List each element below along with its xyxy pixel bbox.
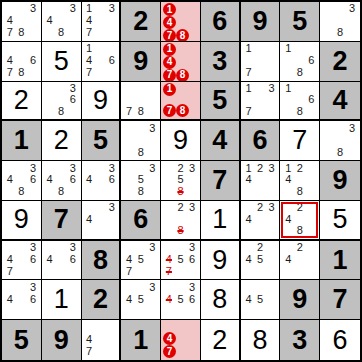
cell-r2c7[interactable]: 17	[241, 42, 281, 82]
empty-candidate-slot	[266, 43, 278, 55]
cell-r7c5[interactable]: 34567	[161, 241, 201, 281]
solved-digit: 9	[93, 87, 108, 114]
empty-candidate-slot	[176, 56, 189, 69]
empty-candidate-slot	[266, 242, 278, 254]
empty-candidate-slot	[55, 83, 67, 95]
empty-candidate-slot	[123, 174, 135, 186]
cell-r5c1[interactable]: 3468	[2, 161, 42, 201]
candidate-7: 7	[84, 67, 95, 79]
empty-candidate-slot	[176, 43, 189, 56]
cell-r3c7[interactable]: 137	[241, 82, 281, 122]
empty-candidate-slot	[84, 321, 95, 333]
empty-candidate-slot	[44, 106, 56, 118]
candidate-8-chain-circle: 8	[176, 69, 189, 82]
candidate-8: 8	[294, 106, 306, 118]
pencil-marks: 168	[282, 83, 317, 118]
sudoku-board: 3478348134721478695384678514679147831716…	[0, 0, 362, 362]
empty-candidate-slot	[282, 266, 294, 278]
empty-candidate-slot	[254, 67, 266, 79]
empty-candidate-slot	[294, 83, 306, 95]
empty-candidate-slot	[322, 146, 334, 158]
empty-candidate-slot	[294, 174, 306, 186]
empty-candidate-slot	[27, 43, 39, 55]
candidate-4: 4	[282, 174, 294, 186]
candidate-4-eliminated: 4	[163, 293, 175, 305]
candidate-2: 2	[294, 202, 306, 214]
cell-r1c1[interactable]: 3478	[2, 2, 42, 42]
empty-candidate-slot	[95, 3, 106, 15]
empty-candidate-slot	[135, 134, 147, 146]
candidate-3: 3	[266, 162, 278, 174]
empty-candidate-slot	[123, 162, 135, 174]
candidate-6: 6	[27, 254, 39, 266]
candidate-2: 2	[175, 162, 187, 174]
given-digit: 2	[93, 286, 108, 313]
pencil-marks: 1248	[282, 162, 317, 198]
empty-candidate-slot	[254, 266, 266, 278]
pencil-marks: 346	[44, 242, 79, 278]
cell-r3c1[interactable]: 2	[2, 82, 42, 122]
candidate-4: 4	[44, 254, 56, 266]
empty-candidate-slot	[282, 106, 294, 118]
empty-candidate-slot	[106, 333, 117, 345]
chain-circle-icon: 4	[163, 332, 176, 345]
candidate-6: 6	[27, 293, 39, 305]
cell-r5c7[interactable]: 1234	[241, 161, 281, 201]
cell-r4c1[interactable]: 1	[2, 121, 42, 161]
cell-r2c6[interactable]: 3	[201, 42, 241, 82]
empty-candidate-slot	[306, 254, 318, 266]
empty-candidate-slot	[346, 27, 358, 39]
empty-candidate-slot	[16, 293, 28, 305]
candidate-7-chain-circle: 7	[163, 104, 176, 117]
pencil-marks: 4678	[4, 43, 39, 79]
empty-candidate-slot	[106, 321, 117, 333]
empty-candidate-slot	[176, 321, 187, 332]
pencil-marks: 38	[123, 122, 158, 158]
candidate-6: 6	[27, 55, 39, 67]
empty-candidate-slot	[16, 174, 28, 186]
cell-r6c7[interactable]: 234	[241, 201, 281, 241]
cell-r9c7[interactable]: 8	[241, 320, 281, 360]
pencil-marks: 3478	[4, 3, 39, 39]
candidate-4: 4	[123, 293, 135, 305]
candidate-4: 4	[4, 55, 16, 67]
empty-candidate-slot	[254, 281, 266, 293]
candidate-8: 8	[55, 106, 67, 118]
cell-r9c3[interactable]: 47	[82, 320, 122, 360]
cell-r9c2[interactable]: 9	[42, 320, 82, 360]
empty-candidate-slot	[27, 305, 39, 317]
cell-r8c9[interactable]: 7	[320, 280, 360, 320]
cell-r9c8[interactable]: 3	[280, 320, 320, 360]
cell-r5c9[interactable]: 9	[320, 161, 360, 201]
empty-candidate-slot	[123, 305, 135, 317]
given-digit: 1	[333, 247, 348, 274]
empty-candidate-slot	[176, 83, 189, 96]
empty-candidate-slot	[282, 55, 294, 67]
pencil-marks: 137	[243, 83, 278, 118]
cell-r6c2[interactable]: 7	[42, 201, 82, 241]
empty-candidate-slot	[294, 55, 306, 67]
solved-digit: 9	[173, 127, 188, 154]
candidate-4: 4	[84, 174, 95, 186]
cell-r5c6[interactable]: 7	[201, 161, 241, 201]
cell-r8c4[interactable]: 345	[121, 280, 161, 320]
empty-candidate-slot	[163, 305, 175, 317]
empty-candidate-slot	[95, 333, 106, 345]
empty-candidate-slot	[16, 281, 28, 293]
candidate-6: 6	[27, 174, 39, 186]
empty-candidate-slot	[4, 305, 16, 317]
pencil-marks: 245	[243, 242, 278, 278]
chain-circle-icon: 8	[176, 29, 189, 42]
empty-candidate-slot	[95, 225, 106, 237]
cell-r4c7[interactable]: 6	[241, 121, 281, 161]
empty-candidate-slot	[243, 281, 255, 293]
given-digit: 3	[292, 327, 307, 354]
empty-candidate-slot	[55, 266, 67, 278]
empty-candidate-slot	[254, 186, 266, 198]
cell-r6c3[interactable]: 34	[82, 201, 122, 241]
cell-r3c4[interactable]: 78	[121, 82, 161, 122]
given-digit: 6	[253, 127, 268, 154]
empty-candidate-slot	[294, 254, 306, 266]
cell-r6c4[interactable]: 6	[121, 201, 161, 241]
chain-circle-icon: 1	[163, 83, 176, 96]
chain-circle-icon: 7	[163, 345, 176, 358]
empty-candidate-slot	[95, 15, 106, 27]
empty-candidate-slot	[67, 106, 79, 118]
candidate-8-eliminated: 8	[175, 225, 187, 237]
empty-candidate-slot	[306, 242, 318, 254]
solved-digit: 2	[14, 87, 29, 114]
candidate-3: 3	[27, 3, 39, 15]
cell-r9c4[interactable]: 1	[121, 320, 161, 360]
candidate-7: 7	[84, 346, 95, 358]
empty-candidate-slot	[266, 55, 278, 67]
empty-candidate-slot	[123, 134, 135, 146]
cell-r6c6[interactable]: 1	[201, 201, 241, 241]
empty-candidate-slot	[147, 266, 159, 278]
pencil-marks: 3468	[4, 162, 39, 198]
empty-candidate-slot	[282, 94, 294, 106]
candidate-8: 8	[55, 27, 67, 39]
empty-candidate-slot	[135, 266, 147, 278]
candidate-6: 6	[67, 174, 79, 186]
cell-r4c5[interactable]: 9	[161, 121, 201, 161]
cell-r6c8-target-box[interactable]: 248	[280, 201, 320, 241]
pencil-marks: 346	[84, 162, 118, 198]
candidate-4: 4	[4, 15, 16, 27]
empty-candidate-slot	[123, 94, 135, 106]
candidate-3: 3	[266, 202, 278, 214]
cell-r1c8[interactable]: 5	[280, 2, 320, 42]
empty-candidate-slot	[95, 174, 106, 186]
empty-candidate-slot	[163, 321, 176, 332]
candidate-5: 5	[254, 254, 266, 266]
cell-r7c7[interactable]: 245	[241, 241, 281, 281]
cell-r3c6[interactable]: 5	[201, 82, 241, 122]
empty-candidate-slot	[306, 106, 318, 118]
empty-candidate-slot	[186, 225, 198, 237]
candidate-4: 4	[84, 55, 95, 67]
empty-candidate-slot	[55, 15, 67, 27]
candidate-8: 8	[16, 67, 28, 79]
candidate-1: 1	[243, 83, 255, 95]
given-digit: 2	[333, 48, 348, 75]
pencil-marks: 1467	[84, 43, 118, 79]
cell-r8c2[interactable]: 1	[42, 280, 82, 320]
empty-candidate-slot	[106, 213, 117, 225]
empty-candidate-slot	[95, 186, 106, 198]
candidate-8: 8	[135, 186, 147, 198]
cell-r1c5[interactable]: 1478	[161, 2, 201, 42]
given-digit: 3	[212, 48, 227, 75]
cell-r2c5[interactable]: 1478	[161, 42, 201, 82]
empty-candidate-slot	[106, 15, 117, 27]
cell-r7c3[interactable]: 8	[82, 241, 122, 281]
given-digit: 9	[333, 167, 348, 194]
cell-r2c4[interactable]: 9	[121, 42, 161, 82]
given-digit: 1	[14, 127, 29, 154]
candidate-1: 1	[243, 43, 255, 55]
cell-r4c9[interactable]: 38	[320, 121, 360, 161]
candidate-4: 4	[44, 174, 56, 186]
empty-candidate-slot	[123, 146, 135, 158]
solved-digit: 8	[212, 286, 227, 313]
empty-candidate-slot	[243, 202, 255, 214]
empty-candidate-slot	[147, 83, 159, 95]
empty-candidate-slot	[106, 27, 117, 39]
cell-r5c8[interactable]: 1248	[280, 161, 320, 201]
cell-r7c9[interactable]: 1	[320, 241, 360, 281]
candidate-3: 3	[67, 162, 79, 174]
cell-r8c8[interactable]: 9	[280, 280, 320, 320]
empty-candidate-slot	[266, 106, 278, 118]
solved-digit: 1	[212, 206, 227, 233]
cell-r9c5[interactable]: 47	[161, 320, 201, 360]
candidate-8: 8	[16, 27, 28, 39]
candidate-1: 1	[84, 43, 95, 55]
empty-candidate-slot	[123, 281, 135, 293]
cell-r5c4[interactable]: 358	[121, 161, 161, 201]
cell-r6c1[interactable]: 9	[2, 201, 42, 241]
given-digit: 9	[54, 327, 69, 354]
pencil-marks: 45	[243, 281, 278, 317]
empty-candidate-slot	[67, 15, 79, 27]
candidate-8: 8	[294, 67, 306, 79]
empty-candidate-slot	[254, 213, 266, 225]
given-digit: 7	[333, 286, 348, 313]
cell-r8c6[interactable]: 8	[201, 280, 241, 320]
cell-r3c2[interactable]: 368	[42, 82, 82, 122]
cell-r1c4[interactable]: 2	[121, 2, 161, 42]
candidate-2: 2	[254, 202, 266, 214]
cell-r1c7[interactable]: 9	[241, 2, 281, 42]
cell-r2c9[interactable]: 2	[320, 42, 360, 82]
cell-r5c2[interactable]: 3468	[42, 161, 82, 201]
cell-r8c1[interactable]: 346	[2, 280, 42, 320]
cell-r8c3[interactable]: 2	[82, 280, 122, 320]
empty-candidate-slot	[186, 174, 198, 186]
empty-candidate-slot	[123, 122, 135, 134]
cell-r4c3[interactable]: 5	[82, 121, 122, 161]
cell-r6c9[interactable]: 5	[320, 201, 360, 241]
pencil-marks: 34	[84, 202, 118, 237]
cell-r9c1[interactable]: 5	[2, 320, 42, 360]
empty-candidate-slot	[27, 266, 39, 278]
cell-r4c2[interactable]: 2	[42, 121, 82, 161]
empty-candidate-slot	[266, 254, 278, 266]
empty-candidate-slot	[95, 55, 106, 67]
empty-candidate-slot	[334, 134, 346, 146]
empty-candidate-slot	[16, 15, 28, 27]
candidate-7: 7	[84, 27, 95, 39]
candidate-4: 4	[243, 174, 255, 186]
solved-digit: 5	[333, 206, 348, 233]
cell-r7c4[interactable]: 3457	[121, 241, 161, 281]
cell-r7c1[interactable]: 3467	[2, 241, 42, 281]
empty-candidate-slot	[55, 94, 67, 106]
pencil-marks: 345	[123, 281, 158, 317]
cell-r2c3[interactable]: 1467	[82, 42, 122, 82]
cell-r3c9[interactable]: 4	[320, 82, 360, 122]
candidate-3: 3	[186, 162, 198, 174]
cell-r5c5[interactable]: 2358	[161, 161, 201, 201]
empty-candidate-slot	[147, 174, 159, 186]
cell-r8c7[interactable]: 45	[241, 280, 281, 320]
cell-r7c6[interactable]: 9	[201, 241, 241, 281]
empty-candidate-slot	[163, 202, 175, 214]
empty-candidate-slot	[163, 186, 175, 198]
candidate-3: 3	[346, 3, 358, 15]
candidate-2: 2	[254, 162, 266, 174]
pencil-marks: 348	[44, 3, 79, 39]
candidate-5: 5	[175, 293, 187, 305]
cell-r2c1[interactable]: 4678	[2, 42, 42, 82]
candidate-7: 7	[4, 67, 16, 79]
empty-candidate-slot	[123, 83, 135, 95]
candidate-3: 3	[186, 242, 198, 254]
empty-candidate-slot	[44, 94, 56, 106]
candidate-4: 4	[282, 213, 294, 225]
empty-candidate-slot	[95, 27, 106, 39]
cell-r4c4[interactable]: 38	[121, 121, 161, 161]
cell-r4c6[interactable]: 4	[201, 121, 241, 161]
cell-r3c8[interactable]: 168	[280, 82, 320, 122]
empty-candidate-slot	[243, 225, 255, 237]
cell-r8c5[interactable]: 3456	[161, 280, 201, 320]
cell-r7c2[interactable]: 346	[42, 241, 82, 281]
candidate-3: 3	[147, 122, 159, 134]
candidate-7-eliminated: 7	[163, 266, 175, 278]
cell-r3c3[interactable]: 9	[82, 82, 122, 122]
empty-candidate-slot	[306, 202, 318, 214]
empty-candidate-slot	[44, 3, 56, 15]
pencil-marks: 358	[123, 162, 158, 198]
empty-candidate-slot	[163, 174, 175, 186]
cell-r9c9[interactable]: 6	[320, 320, 360, 360]
empty-candidate-slot	[306, 213, 318, 225]
empty-candidate-slot	[84, 162, 95, 174]
empty-candidate-slot	[163, 225, 175, 237]
solved-digit: 2	[54, 127, 69, 154]
empty-candidate-slot	[44, 162, 56, 174]
candidate-7-chain-circle: 7	[163, 29, 176, 42]
cell-r1c3[interactable]: 1347	[82, 2, 122, 42]
empty-candidate-slot	[266, 281, 278, 293]
candidate-4: 4	[84, 15, 95, 27]
pencil-marks: 3456	[163, 281, 198, 317]
cell-r6c5[interactable]: 238	[161, 201, 201, 241]
candidate-4: 4	[4, 293, 16, 305]
candidate-2: 2	[294, 162, 306, 174]
empty-candidate-slot	[135, 94, 147, 106]
cell-r3c5[interactable]: 178	[161, 82, 201, 122]
given-digit: 2	[133, 8, 148, 35]
candidate-3: 3	[346, 122, 358, 134]
pencil-marks: 248	[282, 202, 317, 237]
cell-r5c3[interactable]: 346	[82, 161, 122, 201]
cell-r7c8[interactable]: 24	[280, 241, 320, 281]
empty-candidate-slot	[294, 94, 306, 106]
empty-candidate-slot	[147, 106, 159, 118]
empty-candidate-slot	[266, 213, 278, 225]
cell-r1c6[interactable]: 6	[201, 2, 241, 42]
cell-r1c9[interactable]: 38	[320, 2, 360, 42]
empty-candidate-slot	[306, 266, 318, 278]
cell-r9c6[interactable]: 2	[201, 320, 241, 360]
empty-candidate-slot	[186, 186, 198, 198]
candidate-8-chain-circle: 8	[176, 29, 189, 42]
given-digit: 9	[253, 8, 268, 35]
empty-candidate-slot	[266, 266, 278, 278]
empty-candidate-slot	[147, 186, 159, 198]
cell-r1c2[interactable]: 348	[42, 2, 82, 42]
candidate-3: 3	[106, 202, 117, 214]
candidate-3: 3	[186, 202, 198, 214]
cell-r2c8[interactable]: 168	[280, 42, 320, 82]
candidate-7: 7	[4, 266, 16, 278]
candidate-3: 3	[67, 3, 79, 15]
empty-candidate-slot	[306, 174, 318, 186]
empty-candidate-slot	[16, 266, 28, 278]
pencil-marks: 47	[84, 321, 118, 358]
empty-candidate-slot	[282, 67, 294, 79]
empty-candidate-slot	[243, 305, 255, 317]
candidate-1: 1	[243, 162, 255, 174]
given-digit: 5	[14, 327, 29, 354]
empty-candidate-slot	[4, 43, 16, 55]
candidate-5: 5	[254, 293, 266, 305]
candidate-3: 3	[27, 162, 39, 174]
empty-candidate-slot	[176, 332, 187, 345]
given-digit: 6	[212, 8, 227, 35]
candidate-8-chain-circle: 8	[176, 104, 189, 117]
candidate-8: 8	[135, 106, 147, 118]
cell-r2c2[interactable]: 5	[42, 42, 82, 82]
pencil-marks: 3467	[4, 242, 39, 278]
empty-candidate-slot	[334, 3, 346, 15]
candidate-5: 5	[175, 174, 187, 186]
pencil-marks: 1347	[84, 3, 118, 39]
pencil-marks: 24	[282, 242, 317, 278]
cell-r4c8[interactable]: 7	[280, 121, 320, 161]
chain-circle-icon: 7	[163, 104, 176, 117]
empty-candidate-slot	[4, 162, 16, 174]
empty-candidate-slot	[266, 174, 278, 186]
